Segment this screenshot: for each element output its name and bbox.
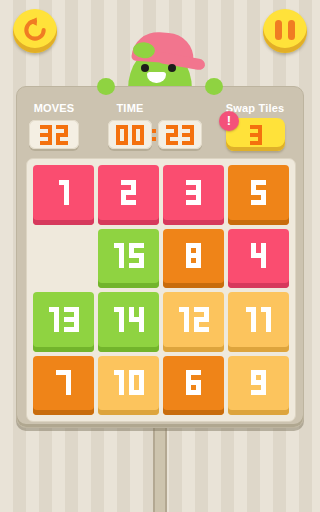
tile-5[interactable] bbox=[228, 165, 289, 225]
moves-label: MOVES bbox=[28, 101, 80, 115]
tile-8[interactable] bbox=[163, 229, 224, 289]
tile-number bbox=[186, 370, 201, 395]
tile-number bbox=[186, 243, 201, 268]
empty-cell bbox=[33, 229, 94, 289]
tile-number bbox=[49, 307, 79, 332]
tile-2[interactable] bbox=[98, 165, 159, 225]
tile-14[interactable] bbox=[98, 292, 159, 352]
time-minutes-value bbox=[116, 125, 144, 145]
tile-12[interactable] bbox=[163, 292, 224, 352]
time-minutes-display bbox=[108, 120, 152, 149]
tile-1[interactable] bbox=[33, 165, 94, 225]
tile-7[interactable] bbox=[33, 356, 94, 416]
puzzle-board: MOVES TIME Swap Tiles ! bbox=[16, 86, 304, 428]
tile-grid bbox=[26, 158, 296, 422]
tile-15[interactable] bbox=[98, 229, 159, 289]
pause-button[interactable] bbox=[263, 9, 307, 53]
right-eye bbox=[168, 64, 176, 72]
time-label: TIME bbox=[107, 101, 153, 115]
moves-display bbox=[29, 120, 79, 149]
tile-number bbox=[114, 370, 144, 395]
game-screen: MOVES TIME Swap Tiles ! bbox=[0, 0, 320, 512]
tile-9[interactable] bbox=[228, 356, 289, 416]
tile-3[interactable] bbox=[163, 165, 224, 225]
tile-6[interactable] bbox=[163, 356, 224, 416]
left-hand bbox=[97, 78, 115, 95]
tile-number bbox=[251, 243, 266, 268]
tile-number bbox=[251, 180, 266, 205]
left-eye bbox=[141, 64, 149, 72]
tile-number bbox=[179, 307, 209, 332]
board-post bbox=[153, 427, 167, 512]
tile-number bbox=[121, 180, 136, 205]
tile-13[interactable] bbox=[33, 292, 94, 352]
right-hand bbox=[205, 78, 223, 95]
tile-number bbox=[114, 243, 144, 268]
tile-4[interactable] bbox=[228, 229, 289, 289]
tile-11[interactable] bbox=[228, 292, 289, 352]
time-colon bbox=[150, 120, 158, 149]
tile-number bbox=[186, 180, 201, 205]
swap-tiles-count bbox=[250, 125, 262, 145]
restart-button[interactable] bbox=[13, 9, 57, 53]
moves-value bbox=[40, 125, 68, 145]
tile-number bbox=[251, 370, 266, 395]
tile-number bbox=[246, 307, 271, 332]
tile-10[interactable] bbox=[98, 356, 159, 416]
time-seconds-display bbox=[158, 120, 202, 149]
restart-icon bbox=[22, 17, 48, 43]
tile-number bbox=[56, 370, 71, 395]
pause-icon bbox=[275, 20, 295, 40]
swap-alert-badge: ! bbox=[219, 111, 239, 131]
time-seconds-value bbox=[166, 125, 194, 145]
tile-number bbox=[59, 180, 69, 205]
tile-number bbox=[114, 307, 144, 332]
